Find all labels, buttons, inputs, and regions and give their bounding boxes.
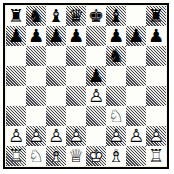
square-c5[interactable] (46, 66, 66, 86)
white-pawn-icon: ♙ (66, 126, 86, 146)
square-f3[interactable]: ♞♘ (106, 106, 126, 126)
square-c6[interactable] (46, 46, 66, 66)
white-pawn-icon: ♙ (126, 126, 146, 146)
black-pawn-icon: ♟ (46, 26, 66, 46)
square-h8[interactable]: ♜ (146, 6, 166, 26)
white-bishop-fill: ♝ (46, 146, 66, 166)
square-b4[interactable] (26, 86, 46, 106)
square-e7[interactable] (86, 26, 106, 46)
square-g5[interactable] (126, 66, 146, 86)
white-pawn-fill: ♟ (126, 126, 146, 146)
square-b2[interactable]: ♟♙ (26, 126, 46, 146)
square-f5[interactable] (106, 66, 126, 86)
square-h6[interactable] (146, 46, 166, 66)
white-rook-icon: ♖ (146, 146, 166, 166)
square-c1[interactable]: ♝♗ (46, 146, 66, 166)
square-f6[interactable]: ♞ (106, 46, 126, 66)
board-frame: ♜♞♝♛♚♝♜♟♟♟♟♟♟♟♞♟♟♙♞♘♟♙♟♙♟♙♟♙♟♙♟♙♟♙♜♖♞♘♝♗… (3, 3, 169, 169)
white-pawn-icon: ♙ (46, 126, 66, 146)
square-g6[interactable] (126, 46, 146, 66)
white-pawn-fill: ♟ (86, 86, 106, 106)
white-pawn-icon: ♙ (86, 86, 106, 106)
square-a7[interactable]: ♟ (6, 26, 26, 46)
black-rook-icon: ♜ (146, 6, 166, 26)
square-a2[interactable]: ♟♙ (6, 126, 26, 146)
white-knight-fill: ♞ (26, 146, 46, 166)
white-bishop-icon: ♗ (46, 146, 66, 166)
square-f2[interactable]: ♟♙ (106, 126, 126, 146)
white-rook-icon: ♖ (6, 146, 26, 166)
square-c8[interactable]: ♝ (46, 6, 66, 26)
square-g4[interactable] (126, 86, 146, 106)
square-e1[interactable]: ♚♔ (86, 146, 106, 166)
square-f4[interactable] (106, 86, 126, 106)
square-b3[interactable] (26, 106, 46, 126)
square-d8[interactable]: ♛ (66, 6, 86, 26)
square-a3[interactable] (6, 106, 26, 126)
square-d7[interactable]: ♟ (66, 26, 86, 46)
square-h5[interactable] (146, 66, 166, 86)
square-d1[interactable]: ♛♕ (66, 146, 86, 166)
square-a6[interactable] (6, 46, 26, 66)
black-knight-icon: ♞ (106, 46, 126, 66)
square-d5[interactable] (66, 66, 86, 86)
black-knight-icon: ♞ (26, 6, 46, 26)
white-knight-icon: ♘ (106, 106, 126, 126)
square-g3[interactable] (126, 106, 146, 126)
white-pawn-fill: ♟ (46, 126, 66, 146)
square-f1[interactable]: ♝♗ (106, 146, 126, 166)
square-g1[interactable] (126, 146, 146, 166)
black-pawn-icon: ♟ (106, 26, 126, 46)
square-a1[interactable]: ♜♖ (6, 146, 26, 166)
square-b6[interactable] (26, 46, 46, 66)
square-a8[interactable]: ♜ (6, 6, 26, 26)
square-c3[interactable] (46, 106, 66, 126)
black-pawn-icon: ♟ (146, 26, 166, 46)
square-d6[interactable] (66, 46, 86, 66)
black-pawn-icon: ♟ (126, 26, 146, 46)
black-rook-icon: ♜ (6, 6, 26, 26)
square-b5[interactable] (26, 66, 46, 86)
chess-board: ♜♞♝♛♚♝♜♟♟♟♟♟♟♟♞♟♟♙♞♘♟♙♟♙♟♙♟♙♟♙♟♙♟♙♜♖♞♘♝♗… (6, 6, 166, 166)
black-king-icon: ♚ (86, 6, 106, 26)
square-d4[interactable] (66, 86, 86, 106)
square-g7[interactable]: ♟ (126, 26, 146, 46)
square-g2[interactable]: ♟♙ (126, 126, 146, 146)
white-pawn-icon: ♙ (146, 126, 166, 146)
square-h3[interactable] (146, 106, 166, 126)
square-a5[interactable] (6, 66, 26, 86)
black-pawn-icon: ♟ (26, 26, 46, 46)
square-b8[interactable]: ♞ (26, 6, 46, 26)
square-e5[interactable]: ♟ (86, 66, 106, 86)
square-h2[interactable]: ♟♙ (146, 126, 166, 146)
white-knight-icon: ♘ (26, 146, 46, 166)
black-bishop-icon: ♝ (46, 6, 66, 26)
white-knight-fill: ♞ (106, 106, 126, 126)
black-pawn-icon: ♟ (66, 26, 86, 46)
white-rook-fill: ♜ (6, 146, 26, 166)
white-pawn-fill: ♟ (26, 126, 46, 146)
black-queen-icon: ♛ (66, 6, 86, 26)
square-c7[interactable]: ♟ (46, 26, 66, 46)
white-queen-icon: ♕ (66, 146, 86, 166)
square-e4[interactable]: ♟♙ (86, 86, 106, 106)
black-bishop-icon: ♝ (106, 6, 126, 26)
square-g8[interactable] (126, 6, 146, 26)
black-pawn-icon: ♟ (6, 26, 26, 46)
white-pawn-fill: ♟ (6, 126, 26, 146)
square-h7[interactable]: ♟ (146, 26, 166, 46)
white-king-fill: ♚ (86, 146, 106, 166)
square-e3[interactable] (86, 106, 106, 126)
square-h1[interactable]: ♜♖ (146, 146, 166, 166)
white-pawn-icon: ♙ (106, 126, 126, 146)
black-pawn-icon: ♟ (86, 66, 106, 86)
square-d2[interactable]: ♟♙ (66, 126, 86, 146)
white-pawn-icon: ♙ (26, 126, 46, 146)
square-d3[interactable] (66, 106, 86, 126)
white-pawn-fill: ♟ (66, 126, 86, 146)
square-e2[interactable] (86, 126, 106, 146)
square-a4[interactable] (6, 86, 26, 106)
white-pawn-fill: ♟ (146, 126, 166, 146)
square-f8[interactable]: ♝ (106, 6, 126, 26)
square-e8[interactable]: ♚ (86, 6, 106, 26)
square-f7[interactable]: ♟ (106, 26, 126, 46)
square-b1[interactable]: ♞♘ (26, 146, 46, 166)
white-pawn-icon: ♙ (6, 126, 26, 146)
square-c4[interactable] (46, 86, 66, 106)
white-bishop-fill: ♝ (106, 146, 126, 166)
white-pawn-fill: ♟ (106, 126, 126, 146)
white-king-icon: ♔ (86, 146, 106, 166)
white-rook-fill: ♜ (146, 146, 166, 166)
white-queen-fill: ♛ (66, 146, 86, 166)
square-h4[interactable] (146, 86, 166, 106)
white-bishop-icon: ♗ (106, 146, 126, 166)
square-b7[interactable]: ♟ (26, 26, 46, 46)
chess-diagram-page: ♜♞♝♛♚♝♜♟♟♟♟♟♟♟♞♟♟♙♞♘♟♙♟♙♟♙♟♙♟♙♟♙♟♙♜♖♞♘♝♗… (0, 0, 174, 174)
square-c2[interactable]: ♟♙ (46, 126, 66, 146)
square-e6[interactable] (86, 46, 106, 66)
